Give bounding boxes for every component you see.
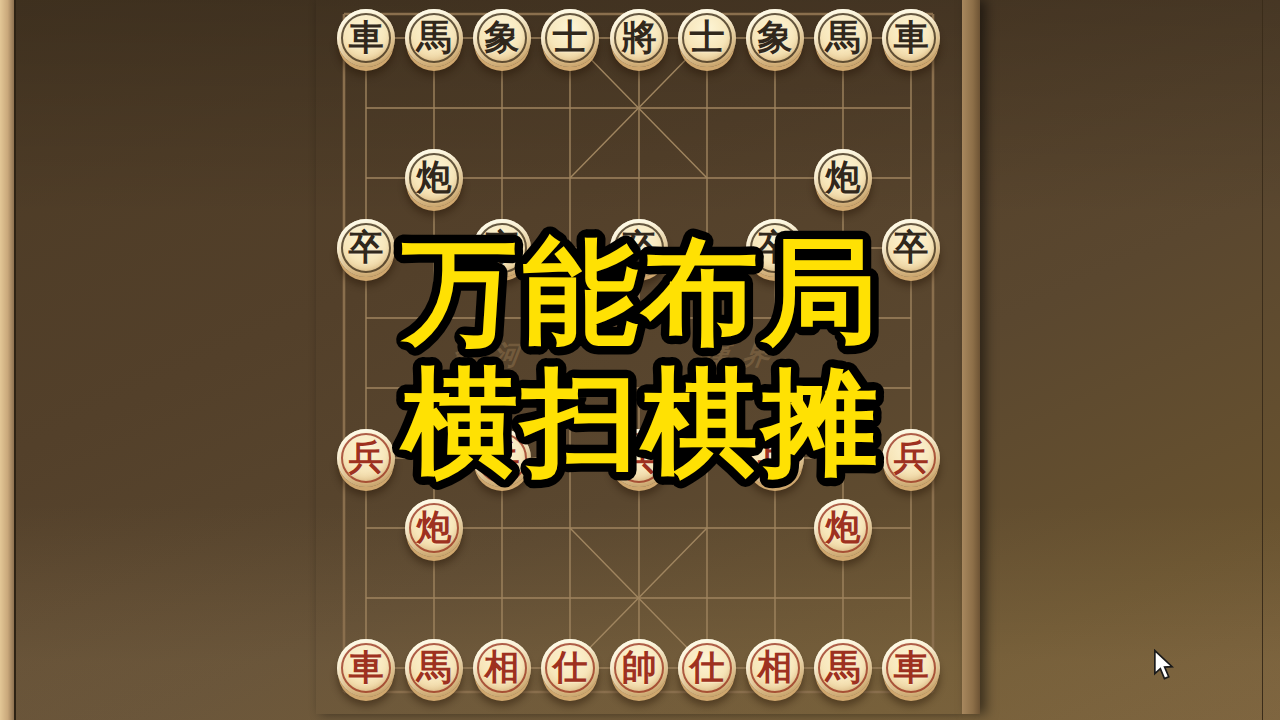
piece-red-elephant[interactable]: 相 <box>746 639 804 697</box>
piece-red-horse[interactable]: 馬 <box>814 639 872 697</box>
piece-red-soldier[interactable]: 兵 <box>746 429 804 487</box>
piece-red-elephant[interactable]: 相 <box>473 639 531 697</box>
river-label-han-jie: 漢界 <box>700 340 786 370</box>
piece-black-soldier[interactable]: 卒 <box>882 219 940 277</box>
piece-character: 兵 <box>758 440 793 475</box>
piece-character: 車 <box>894 20 929 55</box>
piece-red-soldier[interactable]: 兵 <box>610 429 668 487</box>
piece-character: 兵 <box>894 440 929 475</box>
piece-character: 炮 <box>826 160 861 195</box>
piece-red-cannon[interactable]: 炮 <box>814 499 872 557</box>
piece-character: 馬 <box>417 20 452 55</box>
piece-character: 相 <box>485 650 520 685</box>
piece-character: 卒 <box>758 230 793 265</box>
piece-character: 馬 <box>417 650 452 685</box>
piece-character: 象 <box>485 20 520 55</box>
piece-character: 車 <box>894 650 929 685</box>
piece-black-soldier[interactable]: 卒 <box>473 219 531 277</box>
piece-red-advisor[interactable]: 仕 <box>678 639 736 697</box>
piece-black-general[interactable]: 將 <box>610 9 668 67</box>
piece-black-advisor[interactable]: 士 <box>541 9 599 67</box>
piece-character: 卒 <box>894 230 929 265</box>
piece-character: 卒 <box>622 230 657 265</box>
piece-character: 士 <box>553 20 588 55</box>
piece-black-elephant[interactable]: 象 <box>473 9 531 67</box>
piece-black-soldier[interactable]: 卒 <box>337 219 395 277</box>
piece-character: 兵 <box>485 440 520 475</box>
piece-black-elephant[interactable]: 象 <box>746 9 804 67</box>
piece-character: 兵 <box>349 440 384 475</box>
piece-character: 卒 <box>485 230 520 265</box>
piece-black-soldier[interactable]: 卒 <box>746 219 804 277</box>
piece-character: 士 <box>690 20 725 55</box>
piece-character: 仕 <box>690 650 725 685</box>
piece-character: 馬 <box>826 20 861 55</box>
piece-character: 炮 <box>417 510 452 545</box>
river-label-chu-he: 楚河 <box>450 340 536 370</box>
piece-black-cannon[interactable]: 炮 <box>814 149 872 207</box>
piece-red-soldier[interactable]: 兵 <box>882 429 940 487</box>
piece-black-soldier[interactable]: 卒 <box>610 219 668 277</box>
piece-red-general[interactable]: 帥 <box>610 639 668 697</box>
piece-black-advisor[interactable]: 士 <box>678 9 736 67</box>
app-window: 楚河 漢界 車馬象士將士象馬車炮炮卒卒卒卒卒兵兵兵兵兵炮炮車馬相仕帥仕相馬車 万… <box>0 0 1280 720</box>
piece-red-soldier[interactable]: 兵 <box>337 429 395 487</box>
piece-black-horse[interactable]: 馬 <box>405 9 463 67</box>
piece-red-chariot[interactable]: 車 <box>337 639 395 697</box>
piece-red-soldier[interactable]: 兵 <box>473 429 531 487</box>
piece-character: 將 <box>622 20 657 55</box>
piece-character: 車 <box>349 650 384 685</box>
piece-character: 相 <box>758 650 793 685</box>
piece-character: 馬 <box>826 650 861 685</box>
piece-red-cannon[interactable]: 炮 <box>405 499 463 557</box>
piece-character: 炮 <box>826 510 861 545</box>
piece-character: 兵 <box>622 440 657 475</box>
board-grid <box>0 0 1280 720</box>
piece-character: 帥 <box>622 650 657 685</box>
piece-red-advisor[interactable]: 仕 <box>541 639 599 697</box>
piece-character: 仕 <box>553 650 588 685</box>
piece-black-cannon[interactable]: 炮 <box>405 149 463 207</box>
piece-black-chariot[interactable]: 車 <box>337 9 395 67</box>
mouse-cursor <box>1150 649 1178 681</box>
piece-black-horse[interactable]: 馬 <box>814 9 872 67</box>
piece-character: 卒 <box>349 230 384 265</box>
piece-character: 象 <box>758 20 793 55</box>
piece-character: 炮 <box>417 160 452 195</box>
piece-red-chariot[interactable]: 車 <box>882 639 940 697</box>
piece-character: 車 <box>349 20 384 55</box>
piece-black-chariot[interactable]: 車 <box>882 9 940 67</box>
piece-red-horse[interactable]: 馬 <box>405 639 463 697</box>
